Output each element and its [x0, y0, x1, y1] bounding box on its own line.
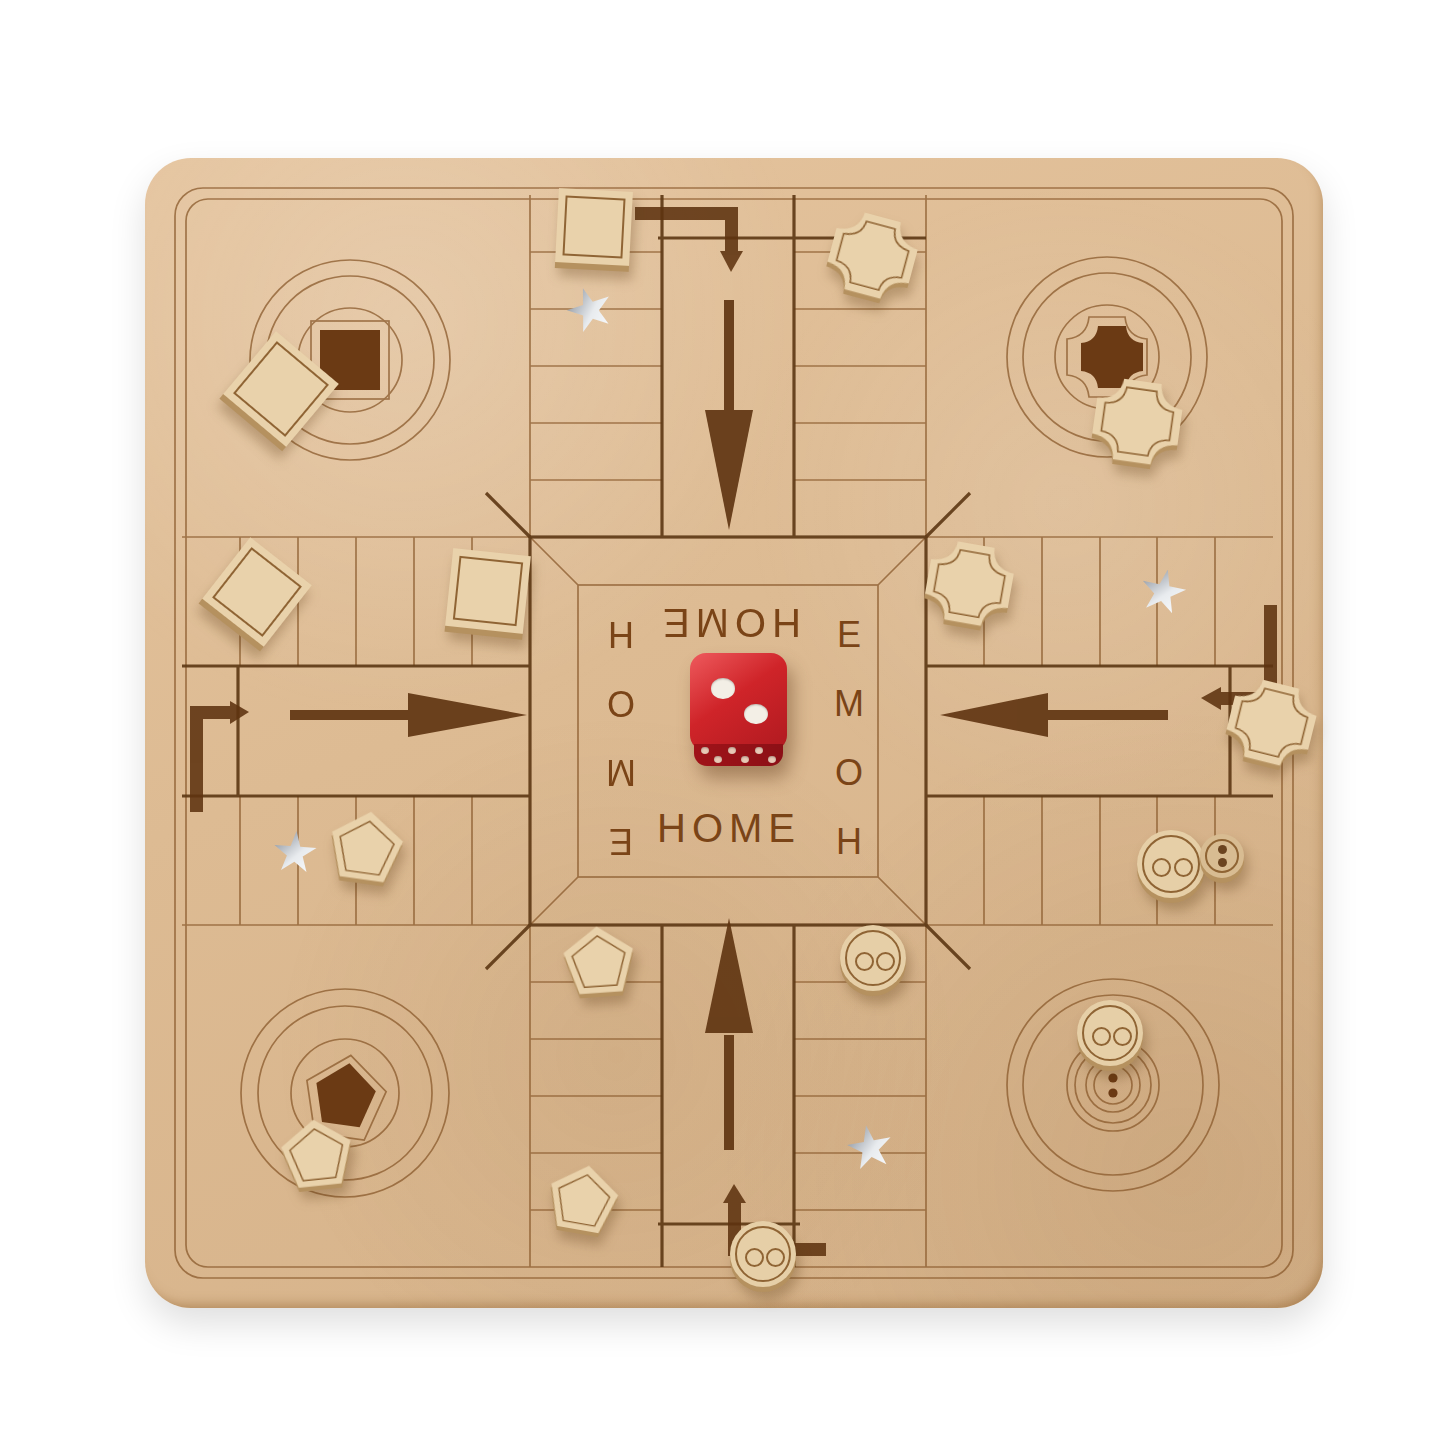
token-pentagon[interactable]	[276, 1114, 357, 1195]
token-button[interactable]	[840, 925, 906, 991]
photo-background: HOME HOME HOME EMOH	[0, 0, 1445, 1445]
home-label-west: HOME	[593, 600, 649, 876]
token-square[interactable]	[445, 548, 531, 634]
token-button-small[interactable]	[1200, 834, 1244, 878]
die-top-face	[690, 653, 787, 751]
token-button[interactable]	[1137, 830, 1205, 898]
home-label-south: HOME	[619, 806, 839, 851]
token-badge[interactable]	[920, 537, 1017, 634]
button-emblem-dot	[1108, 1073, 1117, 1082]
token-badge[interactable]	[1088, 375, 1185, 472]
token-button[interactable]	[1077, 1000, 1143, 1066]
token-pentagon[interactable]	[560, 923, 639, 1002]
home-label-east: EMOH	[821, 600, 877, 876]
token-square[interactable]	[555, 188, 633, 266]
token-pentagon[interactable]	[541, 1158, 624, 1241]
ludo-board: HOME HOME HOME EMOH	[145, 158, 1323, 1308]
token-button[interactable]	[730, 1221, 796, 1287]
home-label-north: HOME	[619, 600, 839, 645]
red-die[interactable]	[690, 653, 787, 766]
token-pentagon[interactable]	[323, 805, 409, 891]
die-side-face	[694, 744, 783, 765]
button-emblem-dot	[1108, 1088, 1117, 1097]
